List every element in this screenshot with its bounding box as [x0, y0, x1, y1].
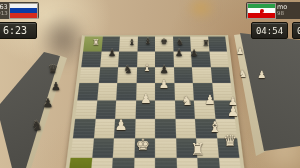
square-g6[interactable]	[192, 67, 212, 83]
chess-board[interactable]	[63, 35, 247, 168]
left-player-rating: 1913	[0, 11, 8, 17]
right-extra-counter: 0	[292, 22, 300, 39]
captured-white-knight: ♞	[239, 69, 248, 79]
captured-black-pawn: ♟	[51, 81, 61, 92]
square-h6[interactable]	[210, 67, 230, 83]
square-b1[interactable]	[90, 158, 113, 168]
piece-white-pawn-c2[interactable]: ♟	[114, 118, 127, 133]
square-c5[interactable]	[116, 83, 136, 100]
square-a7[interactable]	[81, 51, 101, 67]
square-h8[interactable]	[208, 37, 227, 52]
square-b3[interactable]	[93, 119, 115, 138]
square-b6[interactable]	[98, 67, 118, 83]
russia-flag-icon	[10, 4, 37, 18]
piece-white-rook-a8[interactable]: ♜	[92, 38, 99, 46]
right-player-rating: 98	[277, 11, 284, 17]
square-h7[interactable]	[209, 51, 229, 67]
piece-white-rook-g1[interactable]: ♜	[191, 142, 206, 159]
square-f6[interactable]	[173, 67, 192, 83]
piece-white-pawn-e5[interactable]: ♟	[159, 79, 169, 91]
background-trophy-blur	[186, 0, 216, 20]
square-e2[interactable]	[155, 138, 176, 158]
piece-black-pawn-g7[interactable]: ♟	[190, 49, 198, 58]
square-c1[interactable]	[111, 158, 133, 168]
square-a2[interactable]	[71, 138, 94, 158]
iran-flag-emblem	[260, 9, 264, 13]
square-b4[interactable]	[95, 100, 116, 118]
board-grid	[68, 37, 242, 168]
square-f3[interactable]	[175, 119, 196, 138]
captured-black-pawn: ♟	[43, 97, 54, 109]
square-a6[interactable]	[79, 67, 99, 83]
captured-white-pawn: ♟	[236, 47, 244, 56]
right-player-badge: mo 98	[246, 2, 300, 19]
square-b5[interactable]	[97, 83, 117, 100]
square-b2[interactable]	[92, 138, 114, 158]
square-a3[interactable]	[73, 119, 95, 138]
piece-white-king-d1[interactable]: ♚	[136, 137, 150, 153]
square-a5[interactable]	[77, 83, 98, 100]
piece-white-pawn-d4[interactable]: ♟	[140, 93, 151, 106]
piece-black-bishop-d8[interactable]: ♝	[144, 37, 151, 45]
piece-white-pawn-g4[interactable]: ♟	[204, 94, 215, 107]
piece-black-king-e8[interactable]: ♚	[160, 37, 167, 45]
left-player-clock: 6:23	[0, 22, 37, 39]
piece-black-pawn-e6[interactable]: ♟	[159, 64, 168, 74]
piece-white-queen-h1[interactable]: ♛	[223, 133, 237, 149]
captured-black-queen: ♛	[48, 64, 58, 75]
piece-black-knight-f8[interactable]: ♞	[176, 38, 183, 46]
piece-black-pawn-b7[interactable]: ♟	[108, 49, 116, 58]
square-e3[interactable]	[155, 119, 176, 138]
square-d1[interactable]	[133, 158, 155, 168]
piece-white-pawn-h3[interactable]: ♟	[227, 105, 239, 119]
left-player-nameblock: уст 463 1913	[0, 4, 8, 17]
square-a4[interactable]	[75, 100, 97, 118]
piece-black-knight-c6[interactable]: ♞	[123, 64, 132, 74]
piece-white-bishop-g2[interactable]: ♝	[208, 120, 221, 135]
square-g1[interactable]	[197, 158, 220, 168]
right-player-nameblock: mo 98	[277, 4, 287, 17]
piece-black-bishop-c8[interactable]: ♝	[128, 38, 135, 46]
square-e1[interactable]	[155, 158, 177, 168]
piece-white-knight-f4[interactable]: ♞	[181, 95, 192, 108]
left-player-badge: уст 463 1913	[0, 2, 39, 19]
captured-black-knight: ♞	[31, 119, 43, 132]
chess-app-screen: ♝♚♜♝♞♜♟♟♟♟♝♞♟♛♞♟♟♟♟♟♞♟♟♟♞♟♝♛♚♜ уст 463 1…	[0, 0, 300, 168]
piece-black-pawn-f7[interactable]: ♟	[175, 49, 183, 58]
piece-black-rook-h8[interactable]: ♜	[202, 39, 209, 47]
square-c2[interactable]	[113, 138, 135, 158]
square-f1[interactable]	[176, 158, 198, 168]
square-a1[interactable]	[68, 158, 92, 168]
piece-white-bishop-d6[interactable]: ♝	[142, 63, 151, 73]
captured-white-pawn: ♟	[258, 70, 267, 80]
square-h1[interactable]	[218, 158, 242, 168]
square-e4[interactable]	[155, 100, 175, 118]
iran-flag-icon	[248, 4, 275, 18]
right-player-clock: 04:54	[251, 22, 288, 39]
